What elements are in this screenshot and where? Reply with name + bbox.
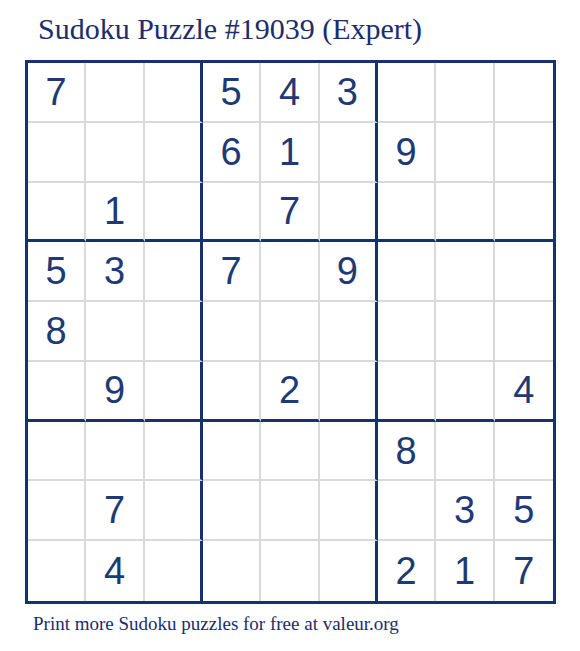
cell-r8c7[interactable] — [378, 481, 436, 541]
cell-r1c4[interactable]: 5 — [203, 63, 261, 123]
cell-r1c3[interactable] — [145, 63, 203, 123]
cell-r1c6[interactable]: 3 — [320, 63, 378, 123]
cell-r4c6[interactable]: 9 — [320, 242, 378, 302]
cell-r6c3[interactable] — [145, 362, 203, 422]
cell-r6c6[interactable] — [320, 362, 378, 422]
cell-r6c2[interactable]: 9 — [86, 362, 144, 422]
cell-r5c4[interactable] — [203, 302, 261, 362]
cell-r5c5[interactable] — [261, 302, 319, 362]
cell-r6c5[interactable]: 2 — [261, 362, 319, 422]
cell-r4c3[interactable] — [145, 242, 203, 302]
cell-r6c4[interactable] — [203, 362, 261, 422]
cell-r8c1[interactable] — [28, 481, 86, 541]
cell-r7c7[interactable]: 8 — [378, 422, 436, 482]
sudoku-grid: 7543619175379892487354217 — [25, 60, 556, 604]
cell-r9c1[interactable] — [28, 541, 86, 601]
page-title: Sudoku Puzzle #19039 (Expert) — [38, 12, 422, 46]
cell-r7c1[interactable] — [28, 422, 86, 482]
cell-r5c8[interactable] — [436, 302, 494, 362]
cell-r8c2[interactable]: 7 — [86, 481, 144, 541]
cell-r9c9[interactable]: 7 — [495, 541, 553, 601]
footer-text: Print more Sudoku puzzles for free at va… — [33, 613, 399, 635]
cell-r9c4[interactable] — [203, 541, 261, 601]
cell-r4c8[interactable] — [436, 242, 494, 302]
cell-r4c5[interactable] — [261, 242, 319, 302]
cell-r3c8[interactable] — [436, 183, 494, 243]
cell-r3c2[interactable]: 1 — [86, 183, 144, 243]
cell-r4c4[interactable]: 7 — [203, 242, 261, 302]
cell-r7c4[interactable] — [203, 422, 261, 482]
cell-r2c3[interactable] — [145, 123, 203, 183]
cell-r4c7[interactable] — [378, 242, 436, 302]
cell-r1c2[interactable] — [86, 63, 144, 123]
cell-r5c2[interactable] — [86, 302, 144, 362]
cell-r1c5[interactable]: 4 — [261, 63, 319, 123]
cell-r4c2[interactable]: 3 — [86, 242, 144, 302]
cell-r3c1[interactable] — [28, 183, 86, 243]
cell-r2c4[interactable]: 6 — [203, 123, 261, 183]
cell-r5c1[interactable]: 8 — [28, 302, 86, 362]
cell-r2c7[interactable]: 9 — [378, 123, 436, 183]
cell-r2c9[interactable] — [495, 123, 553, 183]
cell-r6c9[interactable]: 4 — [495, 362, 553, 422]
cell-r3c3[interactable] — [145, 183, 203, 243]
cell-r4c1[interactable]: 5 — [28, 242, 86, 302]
cell-r9c3[interactable] — [145, 541, 203, 601]
cell-r8c8[interactable]: 3 — [436, 481, 494, 541]
cell-r9c6[interactable] — [320, 541, 378, 601]
cell-r2c6[interactable] — [320, 123, 378, 183]
cell-r1c7[interactable] — [378, 63, 436, 123]
cell-r5c3[interactable] — [145, 302, 203, 362]
cell-r7c3[interactable] — [145, 422, 203, 482]
cell-r7c9[interactable] — [495, 422, 553, 482]
cell-r2c2[interactable] — [86, 123, 144, 183]
cell-r7c5[interactable] — [261, 422, 319, 482]
cell-r3c6[interactable] — [320, 183, 378, 243]
cell-r3c7[interactable] — [378, 183, 436, 243]
cell-r3c9[interactable] — [495, 183, 553, 243]
cell-r7c6[interactable] — [320, 422, 378, 482]
cell-r1c8[interactable] — [436, 63, 494, 123]
cell-r5c6[interactable] — [320, 302, 378, 362]
cell-r9c7[interactable]: 2 — [378, 541, 436, 601]
cell-r8c3[interactable] — [145, 481, 203, 541]
cell-r9c5[interactable] — [261, 541, 319, 601]
cell-r8c5[interactable] — [261, 481, 319, 541]
cell-r1c9[interactable] — [495, 63, 553, 123]
cell-r2c8[interactable] — [436, 123, 494, 183]
sudoku-page: Sudoku Puzzle #19039 (Expert) 7543619175… — [0, 0, 580, 651]
cell-r2c5[interactable]: 1 — [261, 123, 319, 183]
cell-r8c9[interactable]: 5 — [495, 481, 553, 541]
cell-r9c2[interactable]: 4 — [86, 541, 144, 601]
cell-r5c9[interactable] — [495, 302, 553, 362]
cell-r3c4[interactable] — [203, 183, 261, 243]
cell-r7c8[interactable] — [436, 422, 494, 482]
cell-r6c7[interactable] — [378, 362, 436, 422]
cell-r4c9[interactable] — [495, 242, 553, 302]
cell-r8c4[interactable] — [203, 481, 261, 541]
cell-r5c7[interactable] — [378, 302, 436, 362]
cell-r3c5[interactable]: 7 — [261, 183, 319, 243]
cell-r7c2[interactable] — [86, 422, 144, 482]
cell-r6c1[interactable] — [28, 362, 86, 422]
cell-r9c8[interactable]: 1 — [436, 541, 494, 601]
cell-r1c1[interactable]: 7 — [28, 63, 86, 123]
cell-r2c1[interactable] — [28, 123, 86, 183]
cell-r8c6[interactable] — [320, 481, 378, 541]
cell-r6c8[interactable] — [436, 362, 494, 422]
